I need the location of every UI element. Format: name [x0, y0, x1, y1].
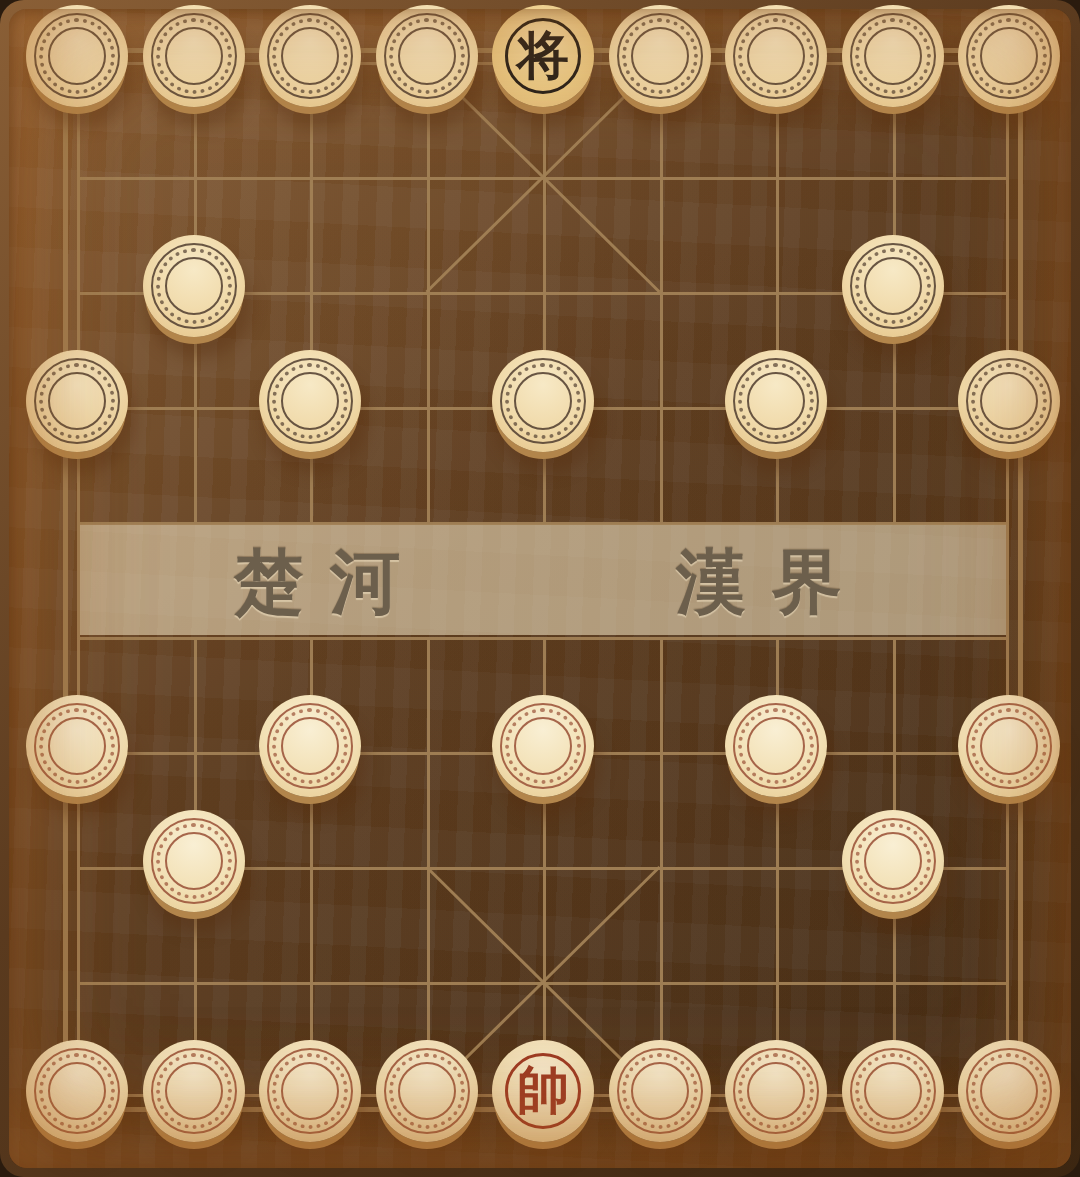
board-cell	[427, 522, 544, 637]
ornament-ring-icon	[617, 13, 703, 99]
piece-red-hidden-f1r7[interactable]	[26, 695, 128, 797]
ornament-ring-icon	[384, 1048, 470, 1134]
piece-red-hidden-f7r10[interactable]	[725, 1040, 827, 1142]
river-text-han-jie: 漢界	[676, 547, 868, 617]
piece-black-hidden-f8r3[interactable]	[842, 235, 944, 337]
ornament-ring-icon	[34, 13, 120, 99]
xiangqi-app: 楚河 漢界 将帥	[0, 0, 1080, 1177]
piece-black-hidden-f3r4[interactable]	[259, 350, 361, 452]
piece-black-hidden-f2r3[interactable]	[143, 235, 245, 337]
ornament-ring-icon	[34, 703, 120, 789]
black-general-character: 将	[517, 29, 569, 84]
board-cell	[310, 177, 427, 292]
piece-red-hidden-f8r8[interactable]	[842, 810, 944, 912]
ornament-ring-icon	[850, 243, 936, 329]
ornament-ring-icon	[267, 703, 353, 789]
ornament-ring-icon	[733, 13, 819, 99]
ornament-ring-icon	[966, 1048, 1052, 1134]
piece-red-general[interactable]: 帥	[492, 1040, 594, 1142]
ornament-ring-icon	[267, 13, 353, 99]
ornament-ring-icon	[850, 1048, 936, 1134]
ornament-ring-icon	[500, 703, 586, 789]
ornament-ring-icon	[733, 1048, 819, 1134]
piece-black-hidden-f4r1[interactable]	[376, 5, 478, 107]
piece-black-hidden-f9r1[interactable]	[958, 5, 1060, 107]
piece-red-hidden-f9r7[interactable]	[958, 695, 1060, 797]
board-cell	[427, 867, 544, 982]
board-cell	[310, 867, 427, 982]
ornament-ring-icon	[966, 703, 1052, 789]
board-cell	[543, 177, 660, 292]
ornament-ring-icon	[34, 1048, 120, 1134]
board-cell	[543, 867, 660, 982]
ornament-ring-icon	[151, 13, 237, 99]
ornament-ring-icon	[617, 1048, 703, 1134]
piece-red-hidden-f1r10[interactable]	[26, 1040, 128, 1142]
piece-red-hidden-f9r10[interactable]	[958, 1040, 1060, 1142]
ornament-ring-icon	[966, 13, 1052, 99]
board-cell	[543, 522, 660, 637]
piece-black-hidden-f5r4[interactable]	[492, 350, 594, 452]
ornament-ring-icon	[151, 818, 237, 904]
ornament-ring-icon	[733, 703, 819, 789]
piece-black-hidden-f7r4[interactable]	[725, 350, 827, 452]
piece-black-hidden-f1r4[interactable]	[26, 350, 128, 452]
piece-black-hidden-f1r1[interactable]	[26, 5, 128, 107]
piece-red-hidden-f3r10[interactable]	[259, 1040, 361, 1142]
piece-black-hidden-f3r1[interactable]	[259, 5, 361, 107]
piece-black-hidden-f8r1[interactable]	[842, 5, 944, 107]
piece-red-hidden-f2r10[interactable]	[143, 1040, 245, 1142]
piece-red-hidden-f3r7[interactable]	[259, 695, 361, 797]
board-cell	[893, 522, 1010, 637]
ornament-ring-icon	[151, 243, 237, 329]
piece-black-hidden-f7r1[interactable]	[725, 5, 827, 107]
ornament-ring-icon	[267, 358, 353, 444]
piece-red-hidden-f4r10[interactable]	[376, 1040, 478, 1142]
ornament-ring-icon	[384, 13, 470, 99]
piece-red-hidden-f5r7[interactable]	[492, 695, 594, 797]
piece-black-hidden-f6r1[interactable]	[609, 5, 711, 107]
general-ring: 将	[505, 18, 581, 94]
red-general-character: 帥	[517, 1064, 569, 1119]
piece-black-hidden-f2r1[interactable]	[143, 5, 245, 107]
general-ring: 帥	[505, 1053, 581, 1129]
ornament-ring-icon	[151, 1048, 237, 1134]
piece-red-hidden-f8r10[interactable]	[842, 1040, 944, 1142]
ornament-ring-icon	[850, 818, 936, 904]
board-cell	[427, 177, 544, 292]
ornament-ring-icon	[34, 358, 120, 444]
ornament-ring-icon	[966, 358, 1052, 444]
piece-red-hidden-f6r10[interactable]	[609, 1040, 711, 1142]
piece-black-general[interactable]: 将	[492, 5, 594, 107]
ornament-ring-icon	[267, 1048, 353, 1134]
river-text-chu-he: 楚河	[234, 547, 426, 617]
board-cell	[660, 177, 777, 292]
board-grid	[77, 62, 1009, 1097]
ornament-ring-icon	[850, 13, 936, 99]
board-cell	[77, 522, 194, 637]
piece-red-hidden-f2r8[interactable]	[143, 810, 245, 912]
piece-black-hidden-f9r4[interactable]	[958, 350, 1060, 452]
ornament-ring-icon	[733, 358, 819, 444]
board-cell	[660, 867, 777, 982]
piece-red-hidden-f7r7[interactable]	[725, 695, 827, 797]
ornament-ring-icon	[500, 358, 586, 444]
